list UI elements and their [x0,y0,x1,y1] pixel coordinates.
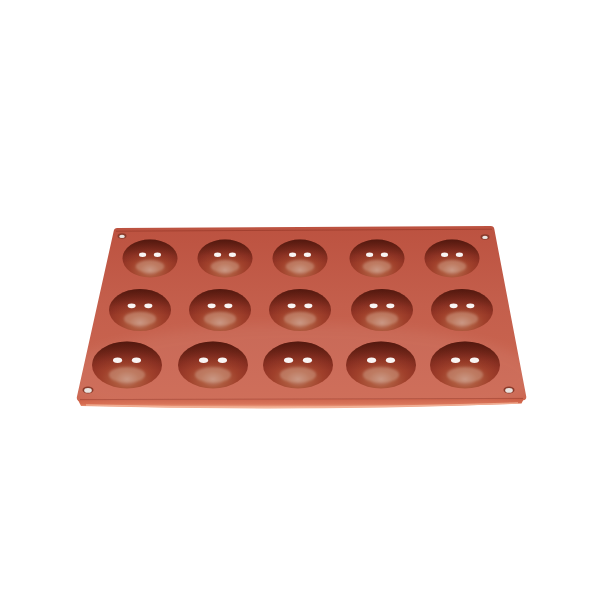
cavity-specular-highlight [370,303,378,308]
cavity-specular-highlight [451,358,460,363]
cavity-specular-highlight [366,253,373,257]
cavity-specular-highlight [456,253,463,257]
cavity-specular-highlight [466,303,474,308]
cavity-specular-highlight [229,253,236,257]
cavity-specular-highlight [304,303,312,308]
cavity-specular-highlight [199,358,208,363]
cavity-specular-highlight [224,303,232,308]
product-photo [0,0,600,600]
cavity-specular-highlight [386,358,395,363]
mold-illustration [0,0,600,600]
cavity-specular-highlight [367,358,376,363]
cavity-specular-highlight [139,253,146,257]
cavity-specular-highlight [289,253,296,257]
cavity-specular-highlight [144,303,152,308]
cavity-specular-highlight [304,253,311,257]
cavity-specular-highlight [386,303,394,308]
cavity-specular-highlight [113,358,122,363]
cavity-specular-highlight [218,358,227,363]
cavity-specular-highlight [470,358,479,363]
cavity-specular-highlight [128,303,136,308]
cavity-specular-highlight [208,303,216,308]
cavity-specular-highlight [214,253,221,257]
cavity-specular-highlight [154,253,161,257]
cavity-specular-highlight [284,358,293,363]
cavity-specular-highlight [450,303,458,308]
cavity-specular-highlight [381,253,388,257]
cavity-specular-highlight [132,358,141,363]
cavity-specular-highlight [441,253,448,257]
cavity-specular-highlight [303,358,312,363]
cavity-specular-highlight [288,303,296,308]
